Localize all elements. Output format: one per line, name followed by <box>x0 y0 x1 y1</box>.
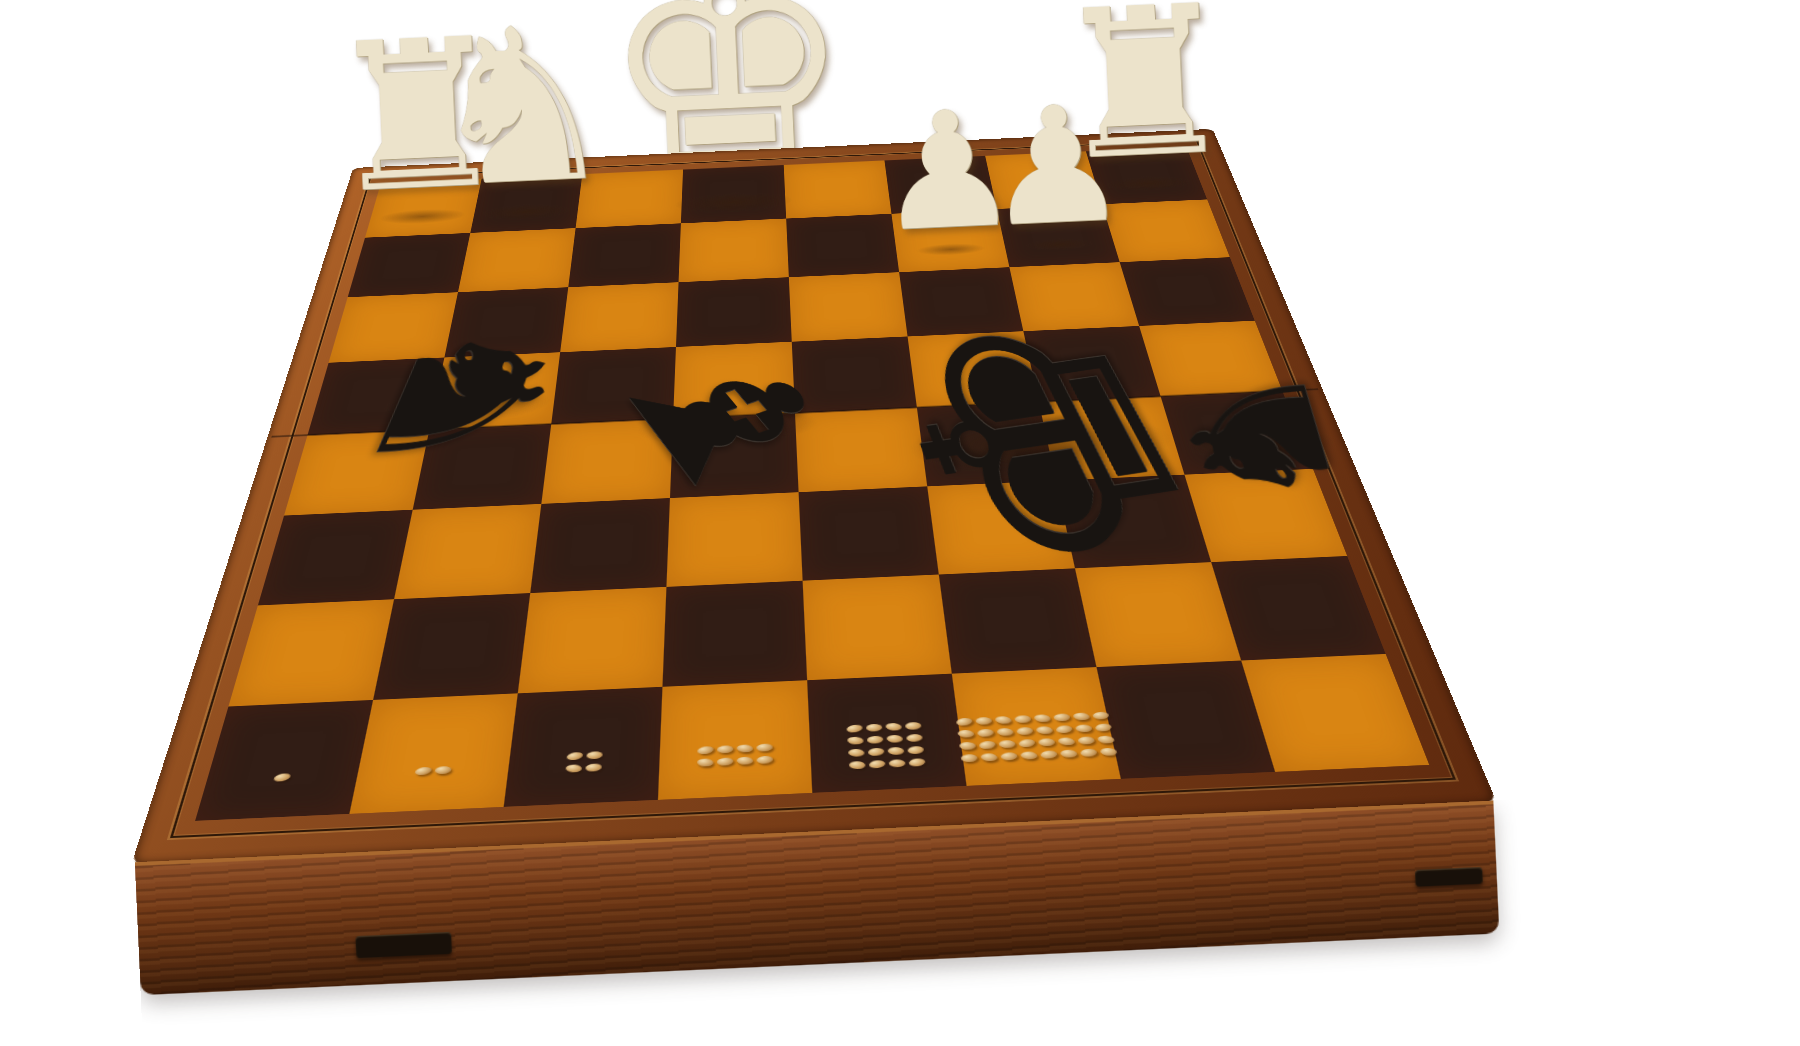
square-b3 <box>394 504 541 599</box>
square-a7 <box>348 233 471 297</box>
square-c3 <box>530 498 670 593</box>
photo-scene: ♜♞♚♟♟♜♞♝♚♞ <box>0 0 1800 1046</box>
square-h3 <box>1184 469 1347 562</box>
square-a3 <box>258 510 413 606</box>
square-c7 <box>568 223 681 287</box>
square-e3 <box>799 486 939 580</box>
square-f3 <box>927 481 1075 575</box>
front-latch-right <box>1415 867 1483 887</box>
square-b2 <box>373 593 530 700</box>
front-latch-left <box>356 932 453 958</box>
board-plane: ♜♞♚♟♟♜♞♝♚♞ <box>131 129 1496 864</box>
square-f2 <box>939 568 1097 673</box>
wheat-grain <box>975 717 992 725</box>
square-b7 <box>458 228 576 292</box>
square-d3 <box>666 492 802 587</box>
square-h1 <box>1241 654 1429 772</box>
square-c4 <box>541 419 673 504</box>
square-b4 <box>413 424 552 510</box>
wheat-grain <box>717 757 733 766</box>
square-c1 <box>504 687 663 807</box>
square-d1 <box>658 680 812 800</box>
square-a4 <box>284 430 429 516</box>
board-front-face <box>135 800 1500 995</box>
square-e2 <box>803 575 952 681</box>
square-a2 <box>228 599 394 706</box>
square-b1 <box>349 693 517 814</box>
white-piece-glyph: ♟ <box>981 83 1132 250</box>
square-c2 <box>518 587 667 693</box>
square-h4 <box>1161 391 1314 475</box>
square-h2 <box>1211 556 1386 661</box>
wheat-grain <box>756 755 773 764</box>
square-a1 <box>195 700 373 821</box>
white-pawn-g7: ♟ <box>874 78 1238 255</box>
square-d2 <box>662 581 807 687</box>
